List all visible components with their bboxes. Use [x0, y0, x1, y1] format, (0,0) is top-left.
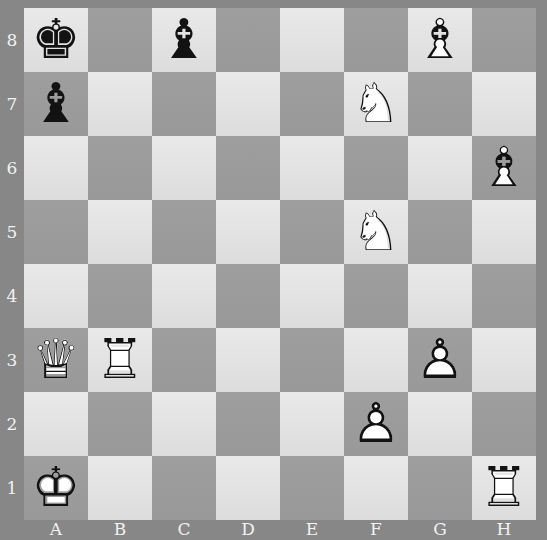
square-h7[interactable] [472, 72, 536, 136]
square-g5[interactable] [408, 200, 472, 264]
square-a5[interactable] [24, 200, 88, 264]
square-b7[interactable] [88, 72, 152, 136]
file-label-b: B [88, 518, 152, 540]
square-h4[interactable] [472, 264, 536, 328]
square-e8[interactable] [280, 8, 344, 72]
square-c5[interactable] [152, 200, 216, 264]
square-g8[interactable]: ♝♗ [408, 8, 472, 72]
white-rook-piece[interactable]: ♜♖ [88, 328, 152, 392]
square-a3[interactable]: ♛♕ [24, 328, 88, 392]
piece-outline-layer: ♗ [472, 136, 536, 200]
square-h8[interactable] [472, 8, 536, 72]
square-d4[interactable] [216, 264, 280, 328]
square-d6[interactable] [216, 136, 280, 200]
rank-label-6: 6 [0, 136, 24, 200]
square-h1[interactable]: ♜♖ [472, 456, 536, 520]
piece-outline-layer: ♖ [472, 456, 536, 520]
square-g3[interactable]: ♟♙ [408, 328, 472, 392]
file-label-f: F [344, 518, 408, 540]
square-b4[interactable] [88, 264, 152, 328]
square-f6[interactable] [344, 136, 408, 200]
rank-label-5: 5 [0, 200, 24, 264]
square-h3[interactable] [472, 328, 536, 392]
square-g4[interactable] [408, 264, 472, 328]
piece-outline-layer: ♖ [88, 328, 152, 392]
square-e4[interactable] [280, 264, 344, 328]
white-pawn-piece[interactable]: ♟♙ [408, 328, 472, 392]
square-c2[interactable] [152, 392, 216, 456]
square-b3[interactable]: ♜♖ [88, 328, 152, 392]
square-b2[interactable] [88, 392, 152, 456]
square-b6[interactable] [88, 136, 152, 200]
square-f8[interactable] [344, 8, 408, 72]
white-bishop-piece[interactable]: ♝♗ [408, 8, 472, 72]
rank-label-4: 4 [0, 264, 24, 328]
file-label-e: E [280, 518, 344, 540]
black-bishop-piece[interactable]: ♝ [152, 8, 216, 72]
black-bishop-piece[interactable]: ♝ [24, 72, 88, 136]
square-b5[interactable] [88, 200, 152, 264]
white-king-piece[interactable]: ♚♔ [24, 456, 88, 520]
square-e6[interactable] [280, 136, 344, 200]
white-pawn-piece[interactable]: ♟♙ [344, 392, 408, 456]
square-f1[interactable] [344, 456, 408, 520]
rank-label-8: 8 [0, 8, 24, 72]
square-h5[interactable] [472, 200, 536, 264]
square-f7[interactable]: ♞♘ [344, 72, 408, 136]
file-label-d: D [216, 518, 280, 540]
square-b1[interactable] [88, 456, 152, 520]
square-f4[interactable] [344, 264, 408, 328]
piece-outline-layer: ♗ [408, 8, 472, 72]
square-c7[interactable] [152, 72, 216, 136]
square-g1[interactable] [408, 456, 472, 520]
square-d2[interactable] [216, 392, 280, 456]
square-a2[interactable] [24, 392, 88, 456]
square-c1[interactable] [152, 456, 216, 520]
piece-outline-layer: ♘ [344, 72, 408, 136]
chess-diagram: 87654321 ♚♝♝♗♝♞♘♝♗♞♘♛♕♜♖♟♙♟♙♚♔♜♖ ABCDEFG… [0, 0, 547, 540]
white-knight-piece[interactable]: ♞♘ [344, 72, 408, 136]
square-h2[interactable] [472, 392, 536, 456]
square-f5[interactable]: ♞♘ [344, 200, 408, 264]
white-queen-piece[interactable]: ♛♕ [24, 328, 88, 392]
piece-glyph: ♝ [152, 8, 216, 72]
square-e3[interactable] [280, 328, 344, 392]
piece-glyph: ♚ [24, 8, 88, 72]
square-e2[interactable] [280, 392, 344, 456]
square-a7[interactable]: ♝ [24, 72, 88, 136]
file-label-g: G [408, 518, 472, 540]
square-f2[interactable]: ♟♙ [344, 392, 408, 456]
rank-labels: 87654321 [0, 8, 24, 520]
rank-label-1: 1 [0, 456, 24, 520]
square-d5[interactable] [216, 200, 280, 264]
square-g7[interactable] [408, 72, 472, 136]
square-a1[interactable]: ♚♔ [24, 456, 88, 520]
file-label-h: H [472, 518, 536, 540]
square-d1[interactable] [216, 456, 280, 520]
piece-outline-layer: ♘ [344, 200, 408, 264]
square-f3[interactable] [344, 328, 408, 392]
square-e1[interactable] [280, 456, 344, 520]
square-h6[interactable]: ♝♗ [472, 136, 536, 200]
square-a6[interactable] [24, 136, 88, 200]
square-b8[interactable] [88, 8, 152, 72]
square-d8[interactable] [216, 8, 280, 72]
rank-label-2: 2 [0, 392, 24, 456]
square-e5[interactable] [280, 200, 344, 264]
rank-label-7: 7 [0, 72, 24, 136]
file-label-a: A [24, 518, 88, 540]
rank-label-3: 3 [0, 328, 24, 392]
square-e7[interactable] [280, 72, 344, 136]
square-d3[interactable] [216, 328, 280, 392]
white-knight-piece[interactable]: ♞♘ [344, 200, 408, 264]
black-king-piece[interactable]: ♚ [24, 8, 88, 72]
square-g2[interactable] [408, 392, 472, 456]
file-label-c: C [152, 518, 216, 540]
piece-outline-layer: ♙ [408, 328, 472, 392]
square-a8[interactable]: ♚ [24, 8, 88, 72]
square-d7[interactable] [216, 72, 280, 136]
file-labels: ABCDEFGH [24, 518, 536, 540]
square-g6[interactable] [408, 136, 472, 200]
square-c6[interactable] [152, 136, 216, 200]
piece-glyph: ♝ [24, 72, 88, 136]
square-c3[interactable] [152, 328, 216, 392]
piece-outline-layer: ♔ [24, 456, 88, 520]
chess-board: ♚♝♝♗♝♞♘♝♗♞♘♛♕♜♖♟♙♟♙♚♔♜♖ [24, 8, 536, 520]
square-c8[interactable]: ♝ [152, 8, 216, 72]
piece-outline-layer: ♙ [344, 392, 408, 456]
white-bishop-piece[interactable]: ♝♗ [472, 136, 536, 200]
square-c4[interactable] [152, 264, 216, 328]
square-a4[interactable] [24, 264, 88, 328]
piece-outline-layer: ♕ [24, 328, 88, 392]
white-rook-piece[interactable]: ♜♖ [472, 456, 536, 520]
